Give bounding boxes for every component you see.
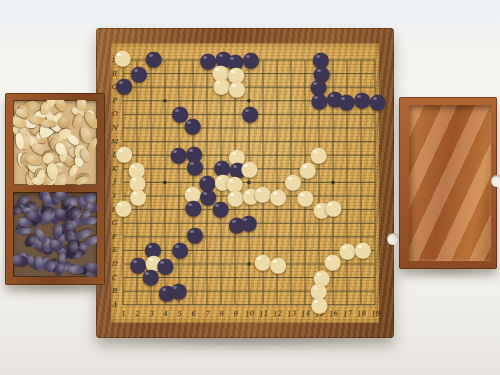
go-board: SRQPONMLKJIHGFEDCBA123456789101112131415… [96, 28, 394, 338]
stone-black[interactable]: ● [169, 147, 185, 163]
tray-stone[interactable] [40, 102, 50, 115]
stone-white[interactable]: ● [354, 242, 370, 258]
tray-stone[interactable] [32, 177, 44, 185]
tray-stone[interactable] [83, 192, 97, 203]
stone-white[interactable]: ● [269, 189, 285, 205]
drawer-tray-right[interactable] [399, 97, 497, 269]
stone-black[interactable]: ● [115, 78, 131, 94]
stone-white[interactable]: ● [228, 81, 244, 97]
stone-white[interactable]: ● [269, 257, 285, 273]
tray-stone[interactable] [40, 120, 57, 127]
stone-white[interactable]: ● [113, 50, 129, 66]
drawer-interior [409, 105, 491, 261]
stone-white[interactable]: ● [253, 254, 269, 270]
stones-layer: ●●●●●●●●●●●●●●●●●●●●●●●●●●●●●●●●●●●●●●●●… [111, 43, 379, 323]
stone-black[interactable]: ● [169, 283, 185, 299]
finger-notch-drawer [491, 175, 500, 187]
stone-black[interactable]: ● [353, 92, 369, 108]
stone-black[interactable]: ● [310, 93, 326, 109]
stone-black[interactable]: ● [141, 269, 157, 285]
finger-notch-right [387, 233, 399, 245]
stone-white[interactable]: ● [114, 200, 130, 216]
board-surface[interactable]: SRQPONMLKJIHGFEDCBA123456789101112131415… [111, 43, 379, 323]
stone-black[interactable]: ● [241, 106, 257, 122]
stone-black[interactable]: ● [369, 94, 385, 110]
stone-black[interactable]: ● [211, 201, 227, 217]
tray-stone[interactable] [74, 174, 89, 185]
stone-black[interactable]: ● [337, 94, 353, 110]
stone-tray-left[interactable] [5, 93, 105, 285]
tray-stone[interactable] [13, 254, 28, 265]
stone-black[interactable]: ● [183, 118, 199, 134]
go-board-photo: SRQPONMLKJIHGFEDCBA123456789101112131415… [0, 0, 500, 375]
stone-white[interactable]: ● [212, 78, 228, 94]
tray-stone[interactable] [76, 100, 87, 111]
stone-black[interactable]: ● [184, 200, 200, 216]
stone-white[interactable]: ● [324, 200, 340, 216]
tray-stone[interactable] [84, 216, 97, 226]
stone-white[interactable]: ● [253, 186, 269, 202]
dark-stone-compartment[interactable] [13, 192, 97, 277]
stone-white[interactable]: ● [310, 297, 326, 313]
stone-black[interactable]: ● [239, 215, 255, 231]
light-stone-compartment[interactable] [13, 100, 97, 185]
stone-white[interactable]: ● [296, 190, 312, 206]
